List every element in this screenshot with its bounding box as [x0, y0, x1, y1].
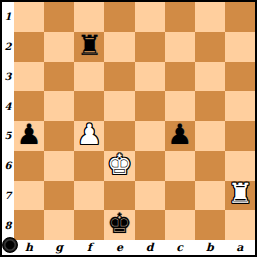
- black-pawn-piece[interactable]: ♟: [17, 121, 42, 149]
- square-h2[interactable]: [14, 32, 44, 62]
- square-h7[interactable]: [14, 181, 44, 211]
- square-f1[interactable]: [74, 2, 104, 32]
- square-a7[interactable]: ♜: [225, 181, 255, 211]
- square-e2[interactable]: [104, 32, 134, 62]
- square-a5[interactable]: [225, 121, 255, 151]
- square-g1[interactable]: [44, 2, 74, 32]
- square-g7[interactable]: [44, 181, 74, 211]
- rank-label-6: 6: [2, 151, 14, 181]
- rank-labels: 12345678: [2, 2, 14, 240]
- square-g3[interactable]: [44, 62, 74, 92]
- white-pawn-piece[interactable]: ♟: [77, 121, 102, 149]
- file-label-h: h: [14, 240, 44, 255]
- square-d8[interactable]: [135, 210, 165, 240]
- square-e8[interactable]: ♚: [104, 210, 134, 240]
- square-b1[interactable]: [195, 2, 225, 32]
- square-h5[interactable]: ♟: [14, 121, 44, 151]
- square-f2[interactable]: ♜: [74, 32, 104, 62]
- square-b4[interactable]: [195, 91, 225, 121]
- square-f3[interactable]: [74, 62, 104, 92]
- square-b2[interactable]: [195, 32, 225, 62]
- chess-diagram: ♜♟♟♟♚♜♚ 12345678 hgfedcba: [0, 0, 257, 257]
- rank-label-1: 1: [2, 2, 14, 32]
- square-e5[interactable]: [104, 121, 134, 151]
- square-d4[interactable]: [135, 91, 165, 121]
- square-d1[interactable]: [135, 2, 165, 32]
- file-label-g: g: [44, 240, 74, 255]
- square-f5[interactable]: ♟: [74, 121, 104, 151]
- square-h8[interactable]: [14, 210, 44, 240]
- square-d5[interactable]: [135, 121, 165, 151]
- rank-label-7: 7: [2, 181, 14, 211]
- square-h4[interactable]: [14, 91, 44, 121]
- white-king-piece[interactable]: ♚: [107, 151, 132, 179]
- square-d2[interactable]: [135, 32, 165, 62]
- square-c2[interactable]: [165, 32, 195, 62]
- square-c7[interactable]: [165, 181, 195, 211]
- file-label-a: a: [225, 240, 255, 255]
- square-a1[interactable]: [225, 2, 255, 32]
- square-h3[interactable]: [14, 62, 44, 92]
- file-label-e: e: [104, 240, 134, 255]
- square-d6[interactable]: [135, 151, 165, 181]
- square-e6[interactable]: ♚: [104, 151, 134, 181]
- white-rook-piece[interactable]: ♜: [227, 181, 252, 209]
- rank-label-2: 2: [2, 32, 14, 62]
- square-a6[interactable]: [225, 151, 255, 181]
- square-a4[interactable]: [225, 91, 255, 121]
- file-labels: hgfedcba: [14, 240, 255, 255]
- rank-label-5: 5: [2, 121, 14, 151]
- file-label-c: c: [165, 240, 195, 255]
- square-c8[interactable]: [165, 210, 195, 240]
- square-e4[interactable]: [104, 91, 134, 121]
- square-c4[interactable]: [165, 91, 195, 121]
- rank-label-3: 3: [2, 62, 14, 92]
- square-b3[interactable]: [195, 62, 225, 92]
- square-e3[interactable]: [104, 62, 134, 92]
- square-b8[interactable]: [195, 210, 225, 240]
- square-b5[interactable]: [195, 121, 225, 151]
- square-c3[interactable]: [165, 62, 195, 92]
- file-label-d: d: [135, 240, 165, 255]
- black-king-piece[interactable]: ♚: [107, 210, 132, 238]
- square-c5[interactable]: ♟: [165, 121, 195, 151]
- square-c6[interactable]: [165, 151, 195, 181]
- square-d7[interactable]: [135, 181, 165, 211]
- square-g5[interactable]: [44, 121, 74, 151]
- square-a3[interactable]: [225, 62, 255, 92]
- black-to-move-indicator: [2, 237, 18, 253]
- black-rook-piece[interactable]: ♜: [77, 32, 102, 60]
- square-f4[interactable]: [74, 91, 104, 121]
- square-g2[interactable]: [44, 32, 74, 62]
- square-f8[interactable]: [74, 210, 104, 240]
- square-g6[interactable]: [44, 151, 74, 181]
- square-g4[interactable]: [44, 91, 74, 121]
- square-d3[interactable]: [135, 62, 165, 92]
- square-h6[interactable]: [14, 151, 44, 181]
- black-pawn-piece[interactable]: ♟: [167, 121, 192, 149]
- square-a8[interactable]: [225, 210, 255, 240]
- square-f7[interactable]: [74, 181, 104, 211]
- square-a2[interactable]: [225, 32, 255, 62]
- square-b6[interactable]: [195, 151, 225, 181]
- chess-board[interactable]: ♜♟♟♟♚♜♚: [14, 2, 255, 240]
- square-c1[interactable]: [165, 2, 195, 32]
- rank-label-4: 4: [2, 91, 14, 121]
- file-label-f: f: [74, 240, 104, 255]
- square-h1[interactable]: [14, 2, 44, 32]
- square-e1[interactable]: [104, 2, 134, 32]
- square-b7[interactable]: [195, 181, 225, 211]
- square-f6[interactable]: [74, 151, 104, 181]
- rank-label-8: 8: [2, 210, 14, 240]
- square-g8[interactable]: [44, 210, 74, 240]
- square-e7[interactable]: [104, 181, 134, 211]
- file-label-b: b: [195, 240, 225, 255]
